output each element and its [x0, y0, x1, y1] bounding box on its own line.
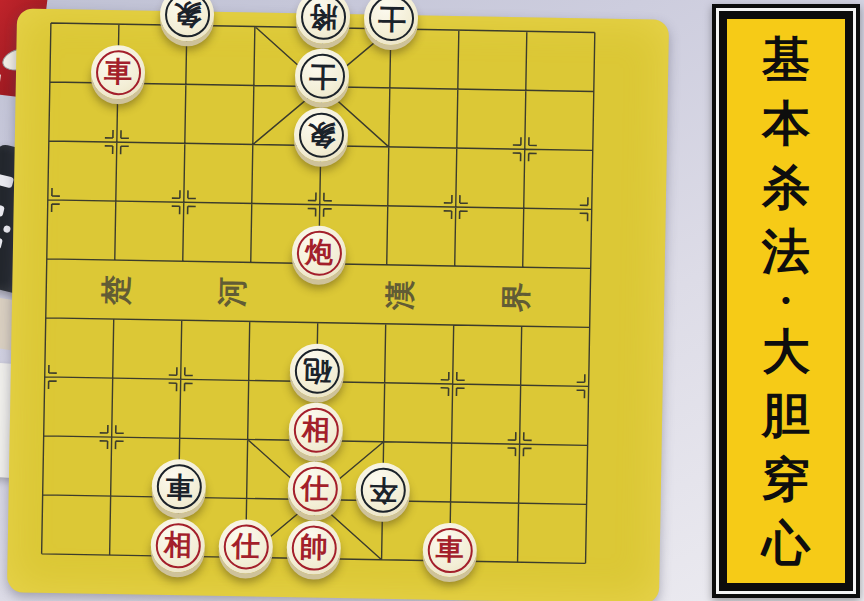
remote-button [0, 174, 14, 189]
piece-glyph-帥: 帥 [291, 525, 337, 571]
banner-char: 基 [762, 35, 810, 83]
red-box-sticker [0, 73, 1, 89]
banner-char: 大 [762, 327, 810, 375]
piece-glyph-象: 象 [298, 112, 344, 158]
piece-glyph-車: 車 [95, 49, 141, 95]
banner-char: 心 [762, 519, 810, 567]
piece-glyph-砲: 砲 [294, 348, 340, 394]
remote-button [3, 225, 11, 233]
scene: 楚河漢界象將士車士象炮砲相車仕卒相仕帥車 基本杀法•大胆穿心 [0, 0, 864, 601]
banner-char: 杀 [762, 163, 810, 211]
banner-char: 穿 [762, 455, 810, 503]
piece-glyph-象: 象 [164, 0, 210, 37]
piece-glyph-仕: 仕 [292, 466, 338, 512]
banner-char: 本 [762, 99, 810, 147]
piece-glyph-士: 士 [368, 0, 414, 41]
piece-glyph-將: 將 [300, 0, 346, 40]
piece-glyph-卒: 卒 [360, 467, 406, 513]
river-label: 漢 [385, 280, 416, 311]
river-label: 界 [501, 282, 532, 313]
piece-glyph-車: 車 [427, 527, 473, 573]
banner-separator-dot: • [780, 291, 793, 311]
remote-button [0, 235, 3, 250]
river-label: 楚 [101, 275, 132, 306]
piece-glyph-相: 相 [155, 522, 201, 568]
river-label: 河 [217, 277, 248, 308]
piece-glyph-炮: 炮 [296, 230, 342, 276]
banner-char: 胆 [762, 391, 810, 439]
title-banner: 基本杀法•大胆穿心 [712, 4, 860, 598]
banner-char: 法 [762, 227, 810, 275]
xiangqi-board: 楚河漢界象將士車士象炮砲相車仕卒相仕帥車 [7, 8, 669, 601]
piece-glyph-相: 相 [293, 407, 339, 453]
piece-glyph-仕: 仕 [223, 524, 269, 570]
piece-glyph-車: 車 [156, 463, 202, 509]
remote-button [0, 202, 5, 217]
piece-glyph-士: 士 [299, 53, 345, 99]
banner-text: 基本杀法•大胆穿心 [727, 19, 845, 583]
